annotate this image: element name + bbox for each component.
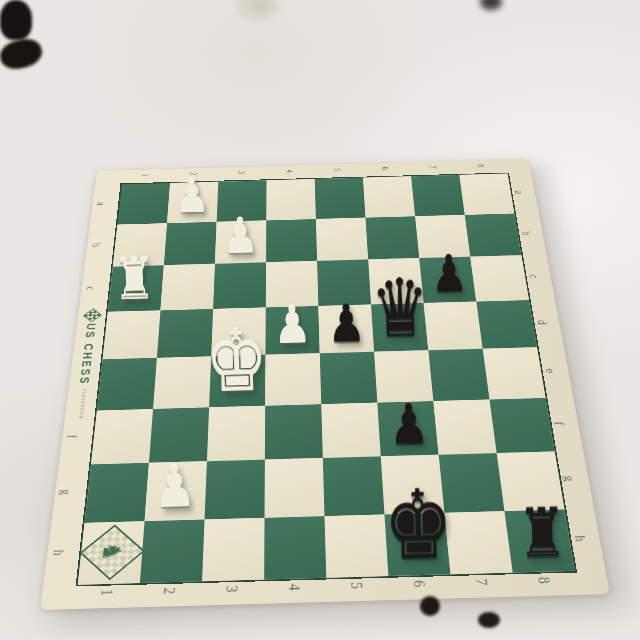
square-f5[interactable] <box>321 402 381 458</box>
white-king-e3[interactable]: ♚ <box>204 322 269 402</box>
black-queen-d6[interactable]: ♛ <box>370 272 430 346</box>
black-rook-h8[interactable]: ♜ <box>516 503 567 566</box>
square-h2[interactable] <box>140 519 205 583</box>
square-a4[interactable] <box>266 179 316 220</box>
square-h3[interactable] <box>202 517 264 581</box>
square-a7[interactable] <box>411 175 465 216</box>
white-rook-c1[interactable]: ♜ <box>112 253 155 306</box>
black-pawn-c7[interactable]: ♟ <box>430 251 468 298</box>
square-f6[interactable]: ♟ <box>377 401 438 457</box>
square-h4[interactable] <box>264 516 326 580</box>
square-c8[interactable] <box>470 255 529 301</box>
file-label-left-g: g <box>57 489 73 495</box>
rank-label-top-3: 3 <box>235 171 247 175</box>
square-e4[interactable] <box>265 353 321 405</box>
rank-label-bottom-4: 4 <box>284 584 302 591</box>
rank-label-bottom-6: 6 <box>409 580 427 587</box>
knight-logo-icon: ♞ <box>98 542 125 562</box>
rank-label-bottom-2: 2 <box>159 587 177 594</box>
black-king-h6[interactable]: ♚ <box>382 481 454 570</box>
square-e7[interactable] <box>428 349 489 401</box>
square-d6[interactable]: ♛ <box>371 303 428 352</box>
square-b6[interactable] <box>365 216 419 259</box>
file-label-right-h: h <box>571 535 589 542</box>
square-h7[interactable] <box>444 511 512 575</box>
chess-board: ♟♟♜♟♟♟♛♚♟♟♞♚♜ <box>76 173 577 587</box>
square-e2[interactable] <box>153 356 211 408</box>
file-label-right-c: c <box>526 274 541 278</box>
captured-black-piece <box>0 35 45 72</box>
square-b8[interactable] <box>465 213 522 256</box>
square-b5[interactable] <box>316 217 368 261</box>
us-chess-diamond-icon <box>83 308 102 322</box>
file-label-left-f: f <box>64 434 79 438</box>
square-a2[interactable]: ♟ <box>167 182 218 223</box>
square-f1[interactable] <box>91 409 153 465</box>
white-pawn-a2[interactable]: ♟ <box>174 174 210 218</box>
square-e5[interactable] <box>320 352 378 404</box>
captured-black-piece-head <box>478 612 500 628</box>
white-pawn-g2[interactable]: ♟ <box>153 461 196 515</box>
rank-label-bottom-1: 1 <box>97 589 115 596</box>
photo-scene: ♟♟♜♟♟♟♛♚♟♟♞♚♜ US CHESS FEDERATION 11aa22… <box>0 0 640 640</box>
rank-label-bottom-7: 7 <box>471 578 490 585</box>
square-f4[interactable] <box>265 404 323 460</box>
file-label-left-c: c <box>83 286 97 290</box>
offboard-black-piece-blur <box>480 0 502 10</box>
square-e8[interactable] <box>483 347 546 399</box>
us-chess-federation-text: FEDERATION <box>78 389 86 419</box>
file-label-left-a: a <box>94 202 107 206</box>
rank-label-top-8: 8 <box>474 164 487 168</box>
file-label-right-f: f <box>550 421 566 425</box>
square-c1[interactable]: ♜ <box>108 265 164 311</box>
file-label-left-h: h <box>50 549 66 555</box>
chess-mat: ♟♟♜♟♟♟♛♚♟♟♞♚♜ US CHESS FEDERATION 11aa22… <box>40 159 610 610</box>
file-label-right-a: a <box>512 190 526 194</box>
square-g5[interactable] <box>323 456 385 515</box>
square-c2[interactable] <box>161 264 215 310</box>
square-f7[interactable] <box>433 399 496 455</box>
square-d7[interactable] <box>424 301 483 350</box>
square-h1[interactable]: ♞ <box>78 521 145 585</box>
rank-label-top-5: 5 <box>331 168 343 172</box>
square-a6[interactable] <box>363 176 415 217</box>
square-g3[interactable] <box>205 460 265 520</box>
square-g1[interactable] <box>85 463 149 523</box>
square-d4[interactable]: ♟ <box>265 306 319 355</box>
square-e1[interactable] <box>97 358 157 410</box>
square-c3[interactable] <box>213 262 266 308</box>
square-b3[interactable]: ♟ <box>215 220 266 264</box>
square-f8[interactable] <box>489 398 554 453</box>
square-d5[interactable]: ♟ <box>318 304 374 353</box>
square-a5[interactable] <box>315 178 366 219</box>
file-label-right-e: e <box>542 368 558 373</box>
captured-black-piece <box>0 0 32 40</box>
square-h5[interactable] <box>324 514 388 578</box>
white-pawn-d4[interactable]: ♟ <box>272 301 311 349</box>
square-g4[interactable] <box>265 458 325 518</box>
square-a1[interactable] <box>117 183 170 224</box>
square-g2[interactable]: ♟ <box>145 461 207 521</box>
rank-label-top-6: 6 <box>379 167 391 171</box>
file-label-right-g: g <box>561 475 578 481</box>
square-h8[interactable]: ♜ <box>504 509 574 573</box>
square-d1[interactable] <box>103 310 161 359</box>
square-d8[interactable] <box>476 300 537 349</box>
captured-black-piece-head <box>420 596 440 616</box>
file-label-right-b: b <box>519 231 533 236</box>
square-e3[interactable]: ♚ <box>209 355 265 407</box>
square-a8[interactable] <box>459 174 514 215</box>
rank-label-bottom-3: 3 <box>222 585 240 592</box>
rank-label-bottom-5: 5 <box>347 582 365 589</box>
rank-label-top-4: 4 <box>283 169 295 173</box>
file-label-right-d: d <box>534 320 549 325</box>
file-label-left-b: b <box>89 243 102 247</box>
us-chess-knight-diamond-logo: ♞ <box>79 525 145 581</box>
black-pawn-d5[interactable]: ♟ <box>326 299 365 347</box>
square-b2[interactable] <box>164 222 217 266</box>
square-f3[interactable] <box>207 405 265 461</box>
square-h6[interactable]: ♚ <box>384 512 450 576</box>
square-b4[interactable] <box>266 219 317 263</box>
white-pawn-b3[interactable]: ♟ <box>222 213 259 259</box>
rank-label-bottom-8: 8 <box>534 577 553 584</box>
us-chess-logo-text: US CHESS <box>77 323 98 385</box>
rank-label-top-1: 1 <box>139 173 151 177</box>
rank-label-top-7: 7 <box>426 165 439 169</box>
black-pawn-f6[interactable]: ♟ <box>388 398 430 450</box>
